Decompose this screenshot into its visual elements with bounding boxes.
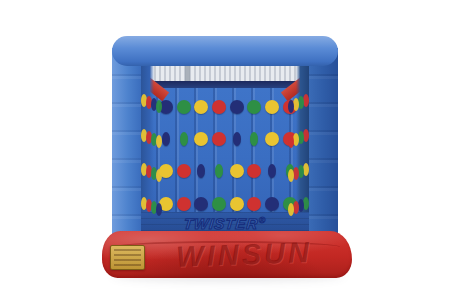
- inflatable-twister-product-photo: TWISTER® WINSUN: [0, 0, 450, 300]
- twister-dot-red: [212, 132, 226, 146]
- twister-dot-navy: [194, 197, 208, 211]
- twister-dot-navy: [197, 164, 205, 178]
- twister-dot-green: [250, 132, 258, 146]
- twister-dot-navy: [233, 132, 241, 146]
- side-wall-dot-navy: [288, 100, 294, 113]
- twister-dot-yellow: [194, 132, 208, 146]
- side-wall-dot-green: [156, 100, 162, 113]
- red-inflatable-base: WINSUN: [102, 231, 352, 278]
- side-wall-dot-yellow: [288, 169, 294, 182]
- twister-dot-green: [247, 100, 261, 114]
- registered-trademark-icon: ®: [258, 215, 267, 225]
- twister-dot-yellow: [265, 132, 279, 146]
- frame-beam-top: [112, 36, 338, 66]
- twister-dot-navy: [265, 197, 279, 211]
- manufacturer-tag: [110, 245, 145, 270]
- twister-dot-red: [177, 197, 191, 211]
- twister-dot-green: [212, 197, 226, 211]
- manufacturer-tag-text-lines: [114, 249, 141, 266]
- twister-dot-red: [247, 164, 261, 178]
- back-wall-top-band: [139, 81, 311, 88]
- twister-dot-yellow: [194, 100, 208, 114]
- side-wall-dot-red: [288, 135, 294, 148]
- twister-dot-yellow: [230, 197, 244, 211]
- twister-dot-yellow: [265, 100, 279, 114]
- twister-dot-navy: [268, 164, 276, 178]
- twister-dot-navy: [162, 132, 170, 146]
- twister-dot-green: [177, 100, 191, 114]
- side-wall-dot-yellow: [156, 135, 162, 148]
- side-wall-dot-yellow: [156, 169, 162, 182]
- twister-dot-red: [247, 197, 261, 211]
- interior-room: TWISTER®: [139, 56, 311, 240]
- twister-dot-red: [177, 164, 191, 178]
- frame-pillar-left: [112, 48, 141, 250]
- twister-dot-yellow: [230, 164, 244, 178]
- twister-logo-text: TWISTER: [183, 215, 259, 232]
- twister-dot-green: [215, 164, 223, 178]
- twister-dot-green: [180, 132, 188, 146]
- side-wall-dot-navy: [156, 203, 162, 216]
- twister-logo: TWISTER®: [139, 215, 311, 232]
- twister-dot-navy: [230, 100, 244, 114]
- twister-dot-red: [212, 100, 226, 114]
- frame-pillar-right: [309, 48, 338, 250]
- side-wall-dot-yellow: [288, 203, 294, 216]
